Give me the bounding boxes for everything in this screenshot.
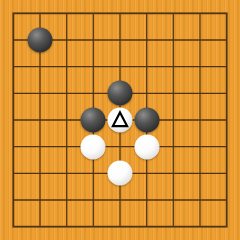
black-stone[interactable]	[81, 107, 106, 132]
white-stone[interactable]	[107, 161, 132, 186]
black-stone[interactable]	[107, 81, 132, 106]
go-board[interactable]	[0, 0, 240, 240]
white-stone[interactable]	[81, 134, 106, 159]
stones-layer	[0, 0, 240, 240]
white-stone[interactable]	[107, 107, 132, 132]
triangle-marker-icon	[107, 107, 132, 132]
black-stone[interactable]	[134, 107, 159, 132]
black-stone[interactable]	[27, 27, 52, 52]
white-stone[interactable]	[134, 134, 159, 159]
